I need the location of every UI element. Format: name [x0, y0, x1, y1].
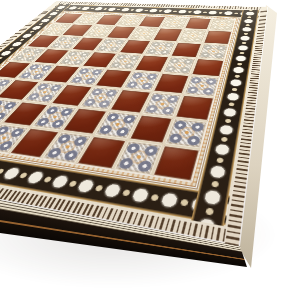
board-photo-scene — [0, 0, 300, 300]
square-h4 — [184, 76, 220, 97]
square-g6 — [170, 42, 201, 57]
inner-frame — [0, 11, 240, 188]
square-h8 — [208, 19, 235, 31]
square-h3 — [175, 95, 214, 120]
square-h2 — [165, 118, 208, 148]
square-h5 — [191, 59, 224, 77]
square-g5 — [162, 57, 196, 75]
square-h7 — [203, 30, 232, 44]
board-grid — [0, 13, 235, 181]
square-h6 — [198, 44, 229, 60]
square-g8 — [184, 18, 211, 30]
square-g7 — [178, 29, 207, 43]
